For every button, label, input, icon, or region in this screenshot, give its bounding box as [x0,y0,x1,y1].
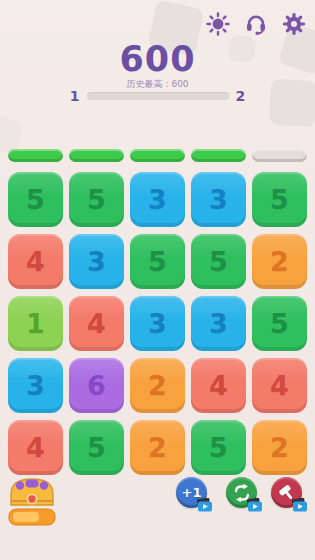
treasure-chest-button[interactable] [6,473,58,531]
tile-r5c1-4-salmon[interactable]: 4 [8,420,63,475]
headset-icon[interactable] [244,12,268,36]
tile-r2c3-5-green[interactable]: 5 [130,234,185,289]
lane-bar-2-green [69,149,124,162]
tile-r3c2-4-salmon[interactable]: 4 [69,296,124,351]
tile-r5c2-5-green[interactable]: 5 [69,420,124,475]
gear-icon[interactable] [282,12,306,36]
tile-r5c4-5-green[interactable]: 5 [191,420,246,475]
tile-r2c1-4-salmon[interactable]: 4 [8,234,63,289]
hammer-button[interactable] [271,477,302,508]
level-next: 2 [236,89,246,103]
swap-button[interactable] [226,477,257,508]
tile-r3c3-3-blue[interactable]: 3 [130,296,185,351]
tile-r2c4-5-green[interactable]: 5 [191,234,246,289]
lane-bar-4-green [191,149,246,162]
game-screen: 600 历史最高：600 1 2 55335435521433536244452… [0,0,315,560]
tile-r3c1-1-lime[interactable]: 1 [8,296,63,351]
lane-bar-5-gray [252,149,307,162]
video-ad-badge [246,498,263,512]
tile-r5c3-2-orange[interactable]: 2 [130,420,185,475]
lane-bars [8,149,307,162]
lane-bar-3-green [130,149,185,162]
video-ad-badge [291,498,308,512]
tile-r4c4-4-salmon[interactable]: 4 [191,358,246,413]
tile-r1c1-5-green[interactable]: 5 [8,172,63,227]
video-ad-badge [196,498,213,512]
tile-r3c5-5-green[interactable]: 5 [252,296,307,351]
tile-r5c5-2-orange[interactable]: 2 [252,420,307,475]
tile-board: 5533543552143353624445252 [8,172,307,475]
plus-one-button[interactable]: +1 [176,477,207,508]
tile-r1c5-5-green[interactable]: 5 [252,172,307,227]
tile-r1c3-3-blue[interactable]: 3 [130,172,185,227]
level-progress: 1 2 [0,89,315,103]
top-icon-bar [206,12,306,36]
progress-track [87,92,229,100]
tile-r4c5-4-salmon[interactable]: 4 [252,358,307,413]
tile-r1c4-3-blue[interactable]: 3 [191,172,246,227]
tile-r4c2-6-purple[interactable]: 6 [69,358,124,413]
sun-icon[interactable] [206,12,230,36]
score-value: 600 [0,42,315,77]
tile-r3c4-3-blue[interactable]: 3 [191,296,246,351]
lane-bar-1-green [8,149,63,162]
tile-r4c3-2-orange[interactable]: 2 [130,358,185,413]
tile-r1c2-5-green[interactable]: 5 [69,172,124,227]
level-current: 1 [70,89,80,103]
tile-r2c2-3-blue[interactable]: 3 [69,234,124,289]
tile-r2c5-2-orange[interactable]: 2 [252,234,307,289]
tile-r4c1-3-blue[interactable]: 3 [8,358,63,413]
